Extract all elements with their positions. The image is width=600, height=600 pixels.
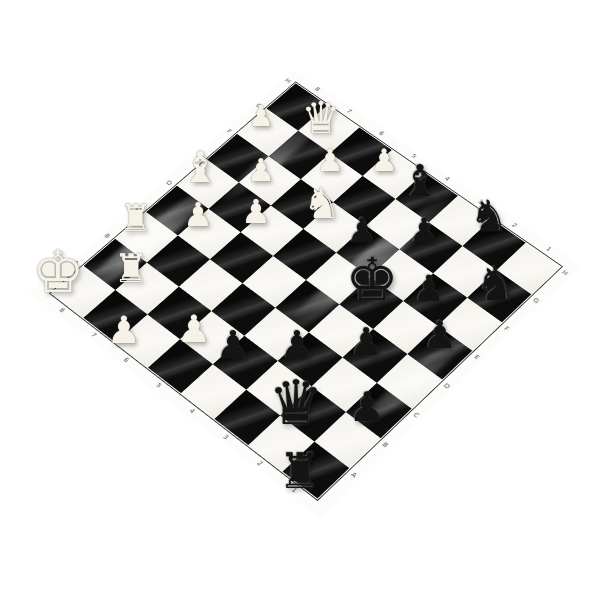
piece-white-pawn-g6[interactable]: ♟ [316, 145, 344, 176]
piece-white-rook-c8[interactable]: ♜ [119, 200, 152, 237]
piece-black-pawn-g3[interactable]: ♟ [409, 214, 439, 248]
piece-black-pawn-c3[interactable]: ♟ [280, 326, 314, 364]
piece-black-pawn-f2[interactable]: ♟ [413, 271, 445, 307]
piece-white-rook-b7[interactable]: ♜ [113, 249, 148, 288]
piece-white-pawn-b5[interactable]: ♟ [177, 311, 211, 349]
piece-white-pawn-g8[interactable]: ♟ [248, 102, 274, 131]
piece-black-pawn-e1[interactable]: ♟ [423, 317, 457, 355]
piece-white-pawn-a6[interactable]: ♟ [107, 312, 141, 350]
piece-white-knight-f5[interactable]: ♞ [303, 183, 341, 226]
piece-black-pawn-b4[interactable]: ♟ [216, 326, 250, 364]
piece-white-pawn-h5[interactable]: ♟ [370, 145, 398, 176]
piece-black-knight-g1[interactable]: ♞ [475, 261, 517, 308]
chess-set-product-photo: 87654321 87654321 HGFEDCBA HGFEDCBA ♚♜♝♟… [0, 0, 600, 600]
piece-black-pawn-f4[interactable]: ♟ [347, 214, 377, 248]
piece-white-queen-h7[interactable]: ♛ [301, 96, 340, 140]
piece-black-king-e3[interactable]: ♚ [345, 250, 398, 309]
piece-black-pawn-d2[interactable]: ♟ [349, 323, 383, 361]
piece-black-rook-a1[interactable]: ♜ [278, 447, 322, 496]
piece-black-queen-b2[interactable]: ♛ [269, 372, 324, 433]
piece-black-knight-h2[interactable]: ♞ [470, 195, 509, 238]
piece-black-pawn-c1[interactable]: ♟ [349, 387, 386, 428]
piece-black-bishop-h4[interactable]: ♝ [400, 159, 439, 203]
piece-white-pawn-f7[interactable]: ♟ [247, 155, 275, 186]
piece-white-pawn-e6[interactable]: ♟ [241, 196, 271, 229]
piece-white-bishop-e8[interactable]: ♝ [181, 146, 220, 189]
piece-white-king-a8[interactable]: ♚ [32, 243, 85, 302]
piece-white-pawn-d7[interactable]: ♟ [183, 198, 213, 231]
